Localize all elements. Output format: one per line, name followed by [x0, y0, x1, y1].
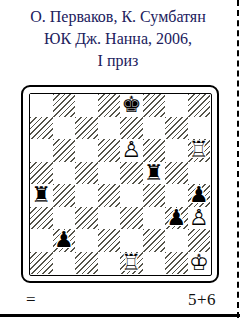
square-f2: [143, 229, 166, 252]
piece-black-rook-a4: ♜: [30, 184, 53, 207]
square-a4: ♜♜: [30, 184, 53, 207]
square-a8: [30, 94, 53, 117]
square-d8: [98, 94, 121, 117]
square-d3: [98, 207, 121, 230]
bottom-rule-line: [0, 314, 240, 317]
square-d4: [98, 184, 121, 207]
square-h5: [188, 162, 211, 185]
square-d7: [98, 117, 121, 140]
square-d1: [98, 252, 121, 275]
square-b1: [53, 252, 76, 275]
square-b8: [53, 94, 76, 117]
piece-black-rook-f5: ♜: [143, 162, 166, 185]
square-e8: ♚♚: [120, 94, 143, 117]
square-c8: [75, 94, 98, 117]
square-h2: [188, 229, 211, 252]
square-c4: [75, 184, 98, 207]
square-a2: [30, 229, 53, 252]
square-f6: [143, 139, 166, 162]
material-count: 5+6: [188, 290, 219, 310]
piece-black-pawn-h4: ♟: [188, 184, 211, 207]
study-header: О. Перваков, К. Сумбатян ЮК Дж. Нанна, 2…: [0, 6, 236, 72]
square-a5: [30, 162, 53, 185]
square-b6: [53, 139, 76, 162]
square-e4: [120, 184, 143, 207]
square-g5: [165, 162, 188, 185]
chess-board-inner-frame: ♚♚♟♙♜♖♜♜♜♜♟♟♟♟♟♙♟♟♜♖♚♔: [29, 93, 212, 276]
piece-white-rook-e1: ♖: [120, 252, 143, 275]
right-dashed-border: [237, 0, 239, 318]
square-h4: ♟♟: [188, 184, 211, 207]
square-e5: [120, 162, 143, 185]
square-b4: [53, 184, 76, 207]
square-c3: [75, 207, 98, 230]
square-e2: [120, 229, 143, 252]
square-e7: [120, 117, 143, 140]
square-a3: [30, 207, 53, 230]
square-b2: ♟♟: [53, 229, 76, 252]
square-f3: [143, 207, 166, 230]
square-h1: ♚♔: [188, 252, 211, 275]
square-h8: [188, 94, 211, 117]
square-g4: [165, 184, 188, 207]
tourney-line: ЮК Дж. Нанна, 2006,: [0, 28, 236, 50]
square-a6: [30, 139, 53, 162]
authors-line: О. Перваков, К. Сумбатян: [0, 6, 236, 28]
square-a7: [30, 117, 53, 140]
square-g2: [165, 229, 188, 252]
square-b5: [53, 162, 76, 185]
board-grid: ♚♚♟♙♜♖♜♜♜♜♟♟♟♟♟♙♟♟♜♖♚♔: [30, 94, 210, 274]
stipulation-row: = 5+6: [21, 290, 219, 310]
square-a1: [30, 252, 53, 275]
square-h3: ♟♙: [188, 207, 211, 230]
square-h7: [188, 117, 211, 140]
square-e3: [120, 207, 143, 230]
square-g3: ♟♟: [165, 207, 188, 230]
piece-black-pawn-g3: ♟: [165, 207, 188, 230]
square-e6: ♟♙: [120, 139, 143, 162]
piece-white-king-h1: ♔: [188, 252, 211, 275]
square-c2: [75, 229, 98, 252]
prize-line: I приз: [0, 50, 236, 72]
square-e1: ♜♖: [120, 252, 143, 275]
square-g1: [165, 252, 188, 275]
square-f5: ♜♜: [143, 162, 166, 185]
square-f4: [143, 184, 166, 207]
square-h6: ♜♖: [188, 139, 211, 162]
square-c7: [75, 117, 98, 140]
square-c1: [75, 252, 98, 275]
square-c6: [75, 139, 98, 162]
piece-black-pawn-b2: ♟: [53, 229, 76, 252]
piece-white-pawn-h3: ♙: [188, 207, 211, 230]
square-f8: [143, 94, 166, 117]
square-d2: [98, 229, 121, 252]
square-g6: [165, 139, 188, 162]
square-f1: [143, 252, 166, 275]
piece-white-rook-h6: ♖: [188, 139, 211, 162]
square-b7: [53, 117, 76, 140]
square-g8: [165, 94, 188, 117]
piece-white-pawn-e6: ♙: [120, 139, 143, 162]
square-b3: [53, 207, 76, 230]
square-g7: [165, 117, 188, 140]
square-f7: [143, 117, 166, 140]
chess-board-frame: ♚♚♟♙♜♖♜♜♜♜♟♟♟♟♟♙♟♟♜♖♚♔: [21, 85, 219, 283]
piece-black-king-e8: ♚: [120, 94, 143, 117]
study-diagram-page: О. Перваков, К. Сумбатян ЮК Дж. Нанна, 2…: [0, 0, 240, 318]
square-c5: [75, 162, 98, 185]
square-d5: [98, 162, 121, 185]
stipulation-goal: =: [21, 290, 36, 310]
square-d6: [98, 139, 121, 162]
